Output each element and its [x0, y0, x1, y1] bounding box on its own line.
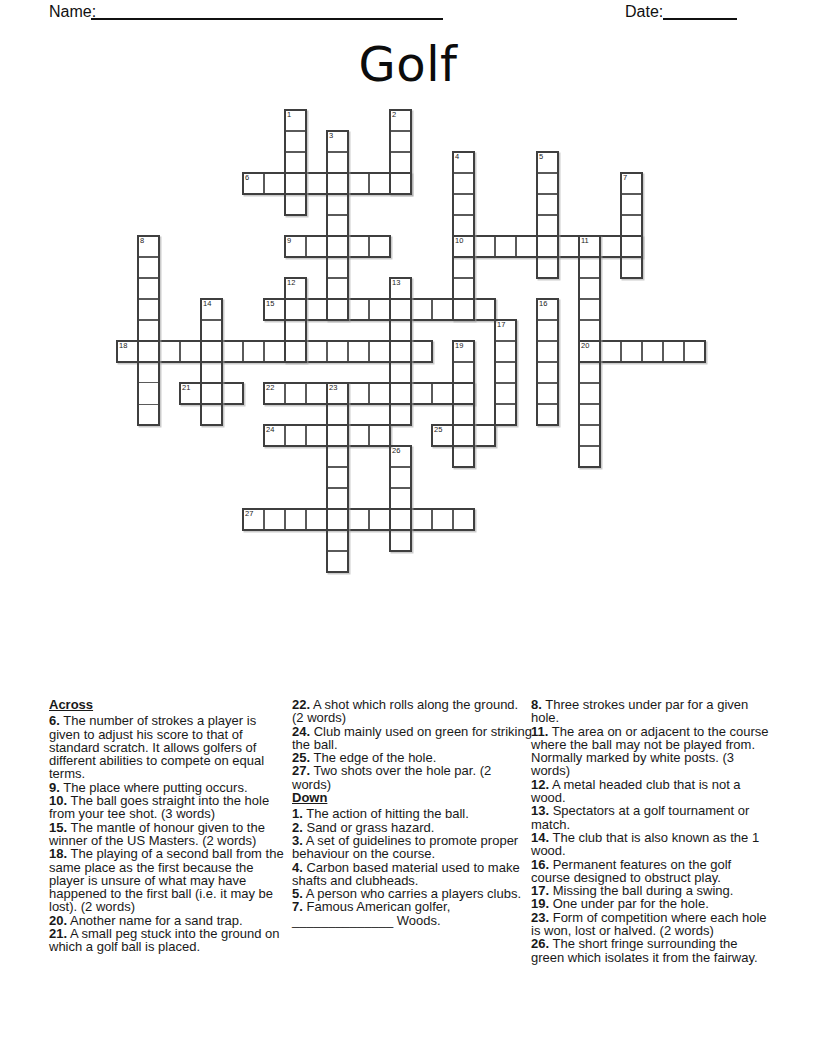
grid-cell[interactable]: [453, 446, 474, 467]
grid-cell[interactable]: [432, 383, 453, 404]
cell-number: 6: [245, 174, 249, 182]
cell-number: 21: [182, 384, 190, 392]
grid-cell[interactable]: [558, 236, 579, 257]
clue-22: 22. A shot which rolls along the ground.…: [292, 698, 533, 725]
grid-cell[interactable]: [138, 362, 159, 383]
grid-cell[interactable]: [600, 341, 621, 362]
clue-number: 21.: [49, 926, 67, 941]
grid-cell[interactable]: 7: [621, 173, 642, 194]
clue-13: 13. Spectators at a golf tournament or m…: [531, 804, 772, 831]
grid-cell[interactable]: 24: [264, 425, 285, 446]
clue-7: 7. Famous American golfer, _____________…: [292, 900, 533, 927]
grid-cell[interactable]: [348, 236, 369, 257]
cell-number: 9: [287, 237, 291, 245]
grid-cell[interactable]: [453, 299, 474, 320]
clue-number: 27.: [292, 763, 310, 778]
grid-cell[interactable]: [537, 383, 558, 404]
grid-cell[interactable]: [348, 509, 369, 530]
grid-cell[interactable]: [369, 341, 390, 362]
grid-cell[interactable]: [306, 341, 327, 362]
cell-number: 23: [329, 384, 337, 392]
grid-cell[interactable]: [390, 530, 411, 551]
crossword-worksheet: Name: Date: Golf 12345678910111213141516…: [0, 0, 816, 1056]
grid-cell[interactable]: [369, 383, 390, 404]
grid-cell[interactable]: [348, 341, 369, 362]
clue-number: 10.: [49, 793, 67, 808]
grid-cell[interactable]: 2: [390, 110, 411, 131]
grid-cell[interactable]: [327, 215, 348, 236]
grid-cell[interactable]: [453, 404, 474, 425]
grid-cell[interactable]: [138, 320, 159, 341]
grid-cell[interactable]: [159, 341, 180, 362]
date-label: Date:: [625, 3, 663, 21]
grid-cell[interactable]: [327, 551, 348, 572]
grid-cell[interactable]: 15: [264, 299, 285, 320]
grid-cell[interactable]: [579, 404, 600, 425]
grid-cell[interactable]: [453, 362, 474, 383]
cell-number: 3: [329, 132, 333, 140]
grid-cell[interactable]: [474, 236, 495, 257]
clue-8: 8. Three strokes under par for a given h…: [531, 698, 772, 725]
cell-number: 16: [539, 300, 547, 308]
cell-number: 5: [539, 153, 543, 161]
grid-cell[interactable]: [348, 383, 369, 404]
grid-cell[interactable]: [201, 404, 222, 425]
grid-cell[interactable]: [369, 173, 390, 194]
grid-cell[interactable]: 20: [579, 341, 600, 362]
grid-cell[interactable]: [495, 362, 516, 383]
clue-number: 18.: [49, 846, 67, 861]
clue-number: 6.: [49, 713, 60, 728]
grid-cell[interactable]: [306, 299, 327, 320]
grid-cell[interactable]: [390, 467, 411, 488]
grid-cell[interactable]: [579, 362, 600, 383]
clue-number: 12.: [531, 777, 549, 792]
grid-cell[interactable]: [600, 236, 621, 257]
cell-number: 19: [455, 342, 463, 350]
grid-cell[interactable]: [327, 404, 348, 425]
grid-cell[interactable]: [285, 131, 306, 152]
grid-cell[interactable]: [537, 236, 558, 257]
grid-cell[interactable]: 25: [432, 425, 453, 446]
clue-11: 11. The area on or adjacent to the cours…: [531, 725, 772, 778]
grid-cell[interactable]: [264, 509, 285, 530]
grid-cell[interactable]: [285, 320, 306, 341]
grid-cell[interactable]: [537, 320, 558, 341]
clue-number: 24.: [292, 724, 310, 739]
clue-column-1: Across6. The number of strokes a player …: [49, 698, 290, 954]
grid-cell[interactable]: [306, 173, 327, 194]
grid-cell[interactable]: [453, 173, 474, 194]
grid-cell[interactable]: [285, 383, 306, 404]
clue-2: 2. Sand or grass hazard.: [292, 821, 533, 834]
grid-cell[interactable]: [453, 509, 474, 530]
grid-cell[interactable]: [495, 383, 516, 404]
grid-cell[interactable]: [327, 488, 348, 509]
grid-cell[interactable]: [327, 467, 348, 488]
clue-12: 12. A metal headed club that is not a wo…: [531, 778, 772, 805]
grid-cell[interactable]: [579, 425, 600, 446]
grid-cell[interactable]: [327, 530, 348, 551]
grid-cell[interactable]: [390, 488, 411, 509]
grid-cell[interactable]: [369, 425, 390, 446]
clue-16: 16. Permanent features on the golf cours…: [531, 858, 772, 885]
grid-cell[interactable]: [348, 425, 369, 446]
clue-27: 27. Two shots over the hole par. (2 word…: [292, 764, 533, 791]
grid-cell[interactable]: [390, 320, 411, 341]
grid-cell[interactable]: [432, 299, 453, 320]
clue-26: 26. The short fringe surrounding the gre…: [531, 937, 772, 964]
grid-cell[interactable]: [390, 383, 411, 404]
clue-number: 14.: [531, 830, 549, 845]
grid-cell[interactable]: [579, 320, 600, 341]
cell-number: 10: [455, 237, 463, 245]
cell-number: 22: [266, 384, 274, 392]
grid-cell[interactable]: [285, 299, 306, 320]
puzzle-title: Golf: [0, 36, 816, 92]
grid-cell[interactable]: [285, 173, 306, 194]
clue-number: 4.: [292, 860, 303, 875]
grid-cell[interactable]: [369, 299, 390, 320]
grid-cell[interactable]: [327, 446, 348, 467]
clue-15: 15. The mantle of honour given to the wi…: [49, 821, 290, 848]
clue-1: 1. The action of hitting the ball.: [292, 807, 533, 820]
cell-number: 4: [455, 153, 459, 161]
clue-18: 18. The playing of a second ball from th…: [49, 847, 290, 913]
cell-number: 27: [245, 510, 253, 518]
grid-cell[interactable]: [453, 425, 474, 446]
grid-cell[interactable]: [495, 404, 516, 425]
grid-cell[interactable]: 23: [327, 383, 348, 404]
cell-number: 15: [266, 300, 274, 308]
grid-cell[interactable]: [327, 341, 348, 362]
grid-cell[interactable]: [663, 341, 684, 362]
grid-cell[interactable]: [579, 299, 600, 320]
clue-number: 26.: [531, 936, 549, 951]
grid-cell[interactable]: [264, 173, 285, 194]
clue-21: 21. A small peg stuck into the ground on…: [49, 927, 290, 954]
grid-cell[interactable]: [285, 425, 306, 446]
grid-cell[interactable]: [537, 404, 558, 425]
clue-14: 14. The club that is also known as the 1…: [531, 831, 772, 858]
clue-number: 16.: [531, 857, 549, 872]
grid-cell[interactable]: [327, 278, 348, 299]
grid-cell[interactable]: [411, 383, 432, 404]
grid-cell[interactable]: [621, 194, 642, 215]
grid-cell[interactable]: [642, 341, 663, 362]
across-heading: Across: [49, 698, 290, 711]
grid-cell[interactable]: [369, 509, 390, 530]
grid-cell[interactable]: [306, 509, 327, 530]
grid-cell[interactable]: [390, 341, 411, 362]
grid-cell[interactable]: [138, 257, 159, 278]
cell-number: 26: [392, 447, 400, 455]
clue-number: 8.: [531, 697, 542, 712]
clue-number: 3.: [292, 833, 303, 848]
grid-cell[interactable]: [390, 173, 411, 194]
clue-19: 19. One under par for the hole.: [531, 897, 772, 910]
grid-cell[interactable]: 4: [453, 152, 474, 173]
grid-cell[interactable]: [327, 425, 348, 446]
clue-number: 15.: [49, 820, 67, 835]
clue-23: 23. Form of competition where each hole …: [531, 911, 772, 938]
grid-cell[interactable]: [306, 383, 327, 404]
grid-cell[interactable]: [348, 299, 369, 320]
clue-number: 22.: [292, 697, 310, 712]
grid-cell[interactable]: [621, 257, 642, 278]
clue-column-3: 8. Three strokes under par for a given h…: [531, 698, 772, 964]
cell-number: 14: [203, 300, 211, 308]
grid-cell[interactable]: [390, 404, 411, 425]
grid-cell[interactable]: [390, 131, 411, 152]
grid-cell[interactable]: [432, 509, 453, 530]
clue-17: 17. Missing the ball during a swing.: [531, 884, 772, 897]
grid-cell[interactable]: [285, 509, 306, 530]
grid-cell[interactable]: [138, 404, 159, 425]
grid-cell[interactable]: [201, 383, 222, 404]
grid-cell[interactable]: [327, 257, 348, 278]
grid-cell[interactable]: 14: [201, 299, 222, 320]
grid-cell[interactable]: [138, 341, 159, 362]
grid-cell[interactable]: [537, 215, 558, 236]
grid-cell[interactable]: [201, 320, 222, 341]
grid-cell[interactable]: [537, 173, 558, 194]
clue-6: 6. The number of strokes a player is giv…: [49, 714, 290, 780]
grid-cell[interactable]: [579, 383, 600, 404]
grid-cell[interactable]: [495, 341, 516, 362]
grid-cell[interactable]: [684, 341, 705, 362]
grid-cell[interactable]: [453, 257, 474, 278]
cell-number: 18: [119, 342, 127, 350]
cell-number: 2: [392, 111, 396, 119]
clue-25: 25. The edge of the hole.: [292, 751, 533, 764]
grid-cell[interactable]: [390, 509, 411, 530]
grid-cell[interactable]: [327, 299, 348, 320]
grid-cell[interactable]: [516, 236, 537, 257]
grid-cell[interactable]: [327, 509, 348, 530]
grid-cell[interactable]: [411, 299, 432, 320]
grid-cell[interactable]: 5: [537, 152, 558, 173]
cell-number: 7: [623, 174, 627, 182]
grid-cell[interactable]: [306, 236, 327, 257]
grid-cell[interactable]: [285, 341, 306, 362]
grid-cell[interactable]: 8: [138, 236, 159, 257]
grid-cell[interactable]: [327, 194, 348, 215]
grid-cell[interactable]: [495, 236, 516, 257]
grid-cell[interactable]: [411, 341, 432, 362]
grid-cell[interactable]: [327, 236, 348, 257]
grid-cell[interactable]: 3: [327, 131, 348, 152]
grid-cell[interactable]: 13: [390, 278, 411, 299]
grid-cell[interactable]: [474, 425, 495, 446]
grid-cell[interactable]: [243, 341, 264, 362]
cell-number: 1: [287, 111, 291, 119]
grid-cell[interactable]: 18: [117, 341, 138, 362]
date-blank-line[interactable]: [663, 18, 737, 20]
name-label: Name:: [49, 3, 96, 21]
grid-cell[interactable]: [285, 152, 306, 173]
grid-cell[interactable]: [180, 341, 201, 362]
grid-cell[interactable]: [264, 341, 285, 362]
cell-number: 13: [392, 279, 400, 287]
clue-column-2: 22. A shot which rolls along the ground.…: [292, 698, 533, 927]
grid-cell[interactable]: [474, 299, 495, 320]
grid-cell[interactable]: 22: [264, 383, 285, 404]
grid-cell[interactable]: [453, 215, 474, 236]
grid-cell[interactable]: [327, 152, 348, 173]
cell-number: 24: [266, 426, 274, 434]
grid-cell[interactable]: 27: [243, 509, 264, 530]
grid-cell[interactable]: [390, 362, 411, 383]
cell-number: 17: [497, 321, 505, 329]
grid-cell[interactable]: [138, 278, 159, 299]
name-blank-line[interactable]: [91, 18, 443, 20]
grid-cell[interactable]: [453, 194, 474, 215]
down-heading: Down: [292, 791, 533, 804]
clue-9: 9. The place where putting occurs.: [49, 781, 290, 794]
cell-number: 20: [581, 342, 589, 350]
grid-cell[interactable]: [537, 194, 558, 215]
grid-cell[interactable]: [453, 278, 474, 299]
grid-cell[interactable]: 6: [243, 173, 264, 194]
grid-cell[interactable]: 21: [180, 383, 201, 404]
grid-cell[interactable]: [222, 383, 243, 404]
grid-cell[interactable]: [579, 278, 600, 299]
clue-number: 13.: [531, 803, 549, 818]
grid-cell[interactable]: [537, 257, 558, 278]
grid-cell[interactable]: [201, 362, 222, 383]
clue-number: 23.: [531, 910, 549, 925]
grid-cell[interactable]: [579, 257, 600, 278]
grid-cell[interactable]: 1: [285, 110, 306, 131]
clue-5: 5. A person who carries a players clubs.: [292, 887, 533, 900]
grid-cell[interactable]: [369, 236, 390, 257]
grid-cell[interactable]: [621, 215, 642, 236]
grid-cell[interactable]: 9: [285, 236, 306, 257]
clue-number: 11.: [531, 724, 548, 739]
clue-24: 24. Club mainly used on green for striki…: [292, 725, 533, 752]
clue-4: 4. Carbon based material used to make sh…: [292, 861, 533, 888]
grid-cell[interactable]: 12: [285, 278, 306, 299]
cell-number: 8: [140, 237, 144, 245]
grid-cell[interactable]: [306, 425, 327, 446]
grid-cell[interactable]: [537, 362, 558, 383]
grid-cell[interactable]: 16: [537, 299, 558, 320]
grid-cell[interactable]: [537, 341, 558, 362]
grid-cell[interactable]: 19: [453, 341, 474, 362]
clue-number: 7.: [292, 899, 303, 914]
grid-cell[interactable]: [411, 509, 432, 530]
grid-cell[interactable]: [285, 194, 306, 215]
grid-cell[interactable]: 26: [390, 446, 411, 467]
grid-cell[interactable]: 17: [495, 320, 516, 341]
grid-cell[interactable]: [348, 173, 369, 194]
grid-cell[interactable]: [579, 446, 600, 467]
clue-10: 10. The ball goes straight into the hole…: [49, 794, 290, 821]
grid-cell[interactable]: [621, 341, 642, 362]
grid-cell[interactable]: [621, 236, 642, 257]
grid-cell[interactable]: [222, 341, 243, 362]
grid-cell[interactable]: 10: [453, 236, 474, 257]
grid-cell[interactable]: [390, 152, 411, 173]
cell-number: 12: [287, 279, 295, 287]
grid-cell[interactable]: [138, 299, 159, 320]
grid-cell[interactable]: [390, 299, 411, 320]
cell-number: 11: [581, 237, 589, 245]
grid-cell[interactable]: [201, 341, 222, 362]
grid-cell[interactable]: [327, 173, 348, 194]
grid-cell[interactable]: 11: [579, 236, 600, 257]
grid-cell[interactable]: [453, 383, 474, 404]
clue-20: 20. Another name for a sand trap.: [49, 914, 290, 927]
cell-number: 25: [434, 426, 442, 434]
clue-3: 3. A set of guidelines to promote proper…: [292, 834, 533, 861]
